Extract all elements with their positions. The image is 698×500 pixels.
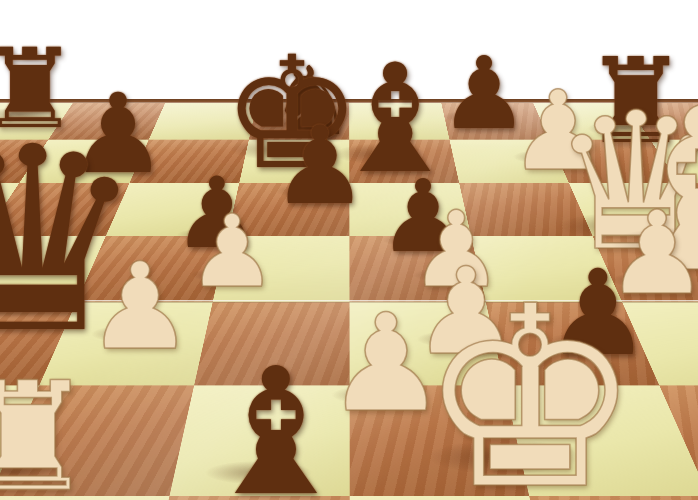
piece-light-pawn-b4[interactable]: ♟: [86, 247, 194, 367]
pieces-layer: ♜♟♞♜♚♝♟♟♟♛♟♟♝♟♟♟♛♟♟♟♟♚♜♝: [0, 0, 698, 500]
chess-photo: ♜♟♞♜♚♝♟♟♟♛♟♟♝♟♟♟♛♟♟♟♟♚♜♝: [0, 0, 698, 500]
piece-light-pawn-c5[interactable]: ♟: [187, 202, 277, 302]
piece-dark-pawn-d6[interactable]: ♟: [272, 112, 369, 220]
piece-dark-bishop-c2[interactable]: ♝: [198, 345, 355, 500]
piece-light-king-f3[interactable]: ♚: [418, 274, 642, 500]
piece-light-rook-a2[interactable]: ♜: [0, 362, 95, 500]
